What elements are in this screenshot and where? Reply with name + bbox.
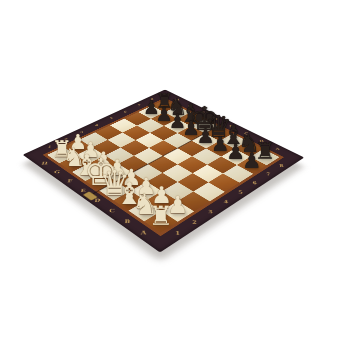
rank-label-left-4: 4	[92, 123, 102, 128]
chess-board: HHGGFFEEDDCCBBAA8877665544332211	[23, 90, 305, 253]
rank-label-left-2: 2	[61, 137, 71, 142]
file-label-back-d: D	[227, 124, 237, 129]
file-label-back-c: C	[241, 131, 251, 136]
file-label-back-e: E	[213, 117, 222, 121]
file-label-c: C	[106, 207, 117, 214]
rank-label-8: 8	[276, 163, 287, 169]
rank-label-left-7: 7	[135, 104, 144, 108]
rank-label-5: 5	[235, 189, 246, 195]
rank-label-7: 7	[263, 171, 274, 177]
file-label-g: G	[51, 169, 62, 175]
file-label-back-g: G	[186, 104, 195, 108]
rank-label-left-6: 6	[121, 110, 130, 114]
file-label-back-a: A	[272, 147, 283, 152]
rank-label-4: 4	[220, 198, 231, 204]
file-label-b: B	[122, 218, 133, 225]
board-grid	[43, 98, 284, 236]
rank-label-left-1: 1	[44, 144, 55, 149]
product-photo: HHGGFFEEDDCCBBAA8877665544332211 ♜♞♝♛♚♝♞…	[0, 0, 350, 350]
board-3d-wrapper: HHGGFFEEDDCCBBAA8877665544332211	[23, 90, 305, 253]
rank-label-3: 3	[205, 208, 216, 215]
rank-label-left-8: 8	[148, 98, 156, 102]
file-label-d: D	[92, 197, 103, 203]
file-label-e: E	[78, 187, 89, 193]
rank-label-2: 2	[189, 218, 200, 225]
file-label-h: H	[39, 160, 50, 165]
file-label-f: F	[64, 178, 75, 184]
file-label-back-f: F	[199, 110, 208, 114]
rank-label-1: 1	[172, 229, 183, 236]
file-label-back-b: B	[256, 139, 266, 144]
file-label-a: A	[138, 229, 149, 236]
rank-label-left-5: 5	[107, 116, 116, 120]
rank-label-left-3: 3	[76, 130, 86, 135]
rank-label-6: 6	[249, 180, 260, 186]
file-label-back-h: H	[173, 98, 181, 102]
